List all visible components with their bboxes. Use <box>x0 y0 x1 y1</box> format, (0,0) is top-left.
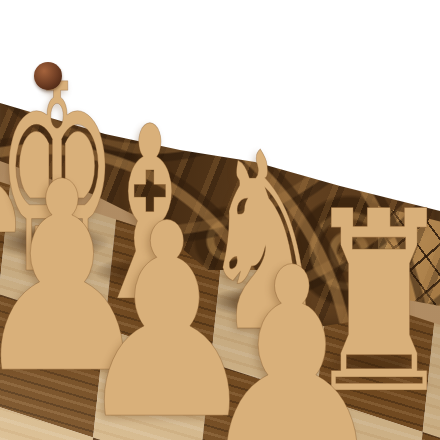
king-finial-ball <box>34 62 62 90</box>
chess-photo-scene: ♟♚♝♞♜♟♟♟ <box>0 0 440 440</box>
piece-white-pawn[interactable]: ♟ <box>194 231 390 440</box>
